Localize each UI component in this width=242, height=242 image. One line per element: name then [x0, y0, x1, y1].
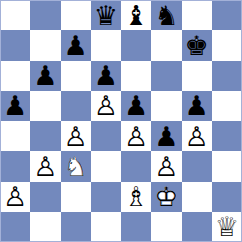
- square-d4[interactable]: [91, 121, 121, 151]
- black-p-piece-e5: ♟: [121, 91, 151, 121]
- square-f3[interactable]: ♟♙: [151, 151, 181, 181]
- square-f1[interactable]: [151, 212, 181, 242]
- black-b-piece-e8: ♝: [121, 0, 151, 30]
- square-d2[interactable]: [91, 182, 121, 212]
- white-q-piece-h1: ♕: [212, 212, 242, 242]
- square-a3[interactable]: [0, 151, 30, 181]
- square-b3[interactable]: ♟♙: [30, 151, 60, 181]
- square-h6[interactable]: [212, 61, 242, 91]
- white-n-piece-c3: ♘: [61, 151, 91, 181]
- black-p-piece-c7: ♟: [61, 30, 91, 60]
- square-e3[interactable]: [121, 151, 151, 181]
- black-p-piece-b6: ♟: [30, 61, 60, 91]
- white-p-piece-fill-d5: ♟: [91, 91, 121, 121]
- square-h5[interactable]: [212, 91, 242, 121]
- square-d5[interactable]: ♟♙: [91, 91, 121, 121]
- white-p-piece-d5: ♙: [91, 91, 121, 121]
- square-g6[interactable]: [182, 61, 212, 91]
- black-q-piece-d8: ♛: [91, 0, 121, 30]
- square-g7[interactable]: ♚: [182, 30, 212, 60]
- white-q-piece-fill-h1: ♛: [212, 212, 242, 242]
- white-b-piece-e2: ♗: [121, 182, 151, 212]
- square-d7[interactable]: [91, 30, 121, 60]
- white-p-piece-fill-e4: ♟: [121, 121, 151, 151]
- square-a5[interactable]: ♟: [0, 91, 30, 121]
- square-e5[interactable]: ♟: [121, 91, 151, 121]
- square-g8[interactable]: [182, 0, 212, 30]
- square-e7[interactable]: [121, 30, 151, 60]
- square-e1[interactable]: [121, 212, 151, 242]
- square-e8[interactable]: ♝: [121, 0, 151, 30]
- square-d3[interactable]: [91, 151, 121, 181]
- square-g4[interactable]: ♟♙: [182, 121, 212, 151]
- square-h2[interactable]: [212, 182, 242, 212]
- square-c2[interactable]: [61, 182, 91, 212]
- square-c5[interactable]: [61, 91, 91, 121]
- black-p-piece-f4: ♟: [151, 121, 181, 151]
- square-d8[interactable]: ♛: [91, 0, 121, 30]
- square-b2[interactable]: [30, 182, 60, 212]
- square-c6[interactable]: [61, 61, 91, 91]
- white-p-piece-fill-b3: ♟: [30, 151, 60, 181]
- square-d1[interactable]: [91, 212, 121, 242]
- white-p-piece-fill-g4: ♟: [182, 121, 212, 151]
- square-e2[interactable]: ♝♗: [121, 182, 151, 212]
- square-c1[interactable]: [61, 212, 91, 242]
- black-n-piece-f8: ♞: [151, 0, 181, 30]
- white-p-piece-fill-c4: ♟: [61, 121, 91, 151]
- white-p-piece-g4: ♙: [182, 121, 212, 151]
- square-f6[interactable]: [151, 61, 181, 91]
- white-k-piece-fill-f2: ♚: [151, 182, 181, 212]
- square-g2[interactable]: [182, 182, 212, 212]
- board-grid: ♛♝♞♟♚♟♟♟♟♙♟♟♟♙♟♙♟♟♙♟♙♞♘♟♙♟♙♝♗♚♔♛♕: [0, 0, 242, 242]
- square-c4[interactable]: ♟♙: [61, 121, 91, 151]
- square-f5[interactable]: [151, 91, 181, 121]
- black-k-piece-g7: ♚: [182, 30, 212, 60]
- square-f2[interactable]: ♚♔: [151, 182, 181, 212]
- square-f4[interactable]: ♟: [151, 121, 181, 151]
- square-g3[interactable]: [182, 151, 212, 181]
- square-b7[interactable]: [30, 30, 60, 60]
- square-e4[interactable]: ♟♙: [121, 121, 151, 151]
- white-p-piece-fill-a2: ♟: [0, 182, 30, 212]
- square-f8[interactable]: ♞: [151, 0, 181, 30]
- square-a8[interactable]: [0, 0, 30, 30]
- square-b5[interactable]: [30, 91, 60, 121]
- black-p-piece-a5: ♟: [0, 91, 30, 121]
- square-a2[interactable]: ♟♙: [0, 182, 30, 212]
- white-p-piece-a2: ♙: [0, 182, 30, 212]
- white-p-piece-f3: ♙: [151, 151, 181, 181]
- square-h1[interactable]: ♛♕: [212, 212, 242, 242]
- square-h4[interactable]: [212, 121, 242, 151]
- square-c3[interactable]: ♞♘: [61, 151, 91, 181]
- chess-board: ♛♝♞♟♚♟♟♟♟♙♟♟♟♙♟♙♟♟♙♟♙♞♘♟♙♟♙♝♗♚♔♛♕: [0, 0, 242, 242]
- square-a7[interactable]: [0, 30, 30, 60]
- square-g5[interactable]: ♟: [182, 91, 212, 121]
- square-h8[interactable]: [212, 0, 242, 30]
- square-c8[interactable]: [61, 0, 91, 30]
- square-f7[interactable]: [151, 30, 181, 60]
- square-a4[interactable]: [0, 121, 30, 151]
- square-b8[interactable]: [30, 0, 60, 30]
- square-d6[interactable]: ♟: [91, 61, 121, 91]
- square-g1[interactable]: [182, 212, 212, 242]
- square-b1[interactable]: [30, 212, 60, 242]
- square-a1[interactable]: [0, 212, 30, 242]
- white-p-piece-e4: ♙: [121, 121, 151, 151]
- white-b-piece-fill-e2: ♝: [121, 182, 151, 212]
- square-e6[interactable]: [121, 61, 151, 91]
- black-p-piece-d6: ♟: [91, 61, 121, 91]
- square-h3[interactable]: [212, 151, 242, 181]
- square-b6[interactable]: ♟: [30, 61, 60, 91]
- black-p-piece-g5: ♟: [182, 91, 212, 121]
- white-n-piece-fill-c3: ♞: [61, 151, 91, 181]
- square-a6[interactable]: [0, 61, 30, 91]
- square-b4[interactable]: [30, 121, 60, 151]
- white-p-piece-fill-f3: ♟: [151, 151, 181, 181]
- square-c7[interactable]: ♟: [61, 30, 91, 60]
- white-k-piece-f2: ♔: [151, 182, 181, 212]
- white-p-piece-b3: ♙: [30, 151, 60, 181]
- square-h7[interactable]: [212, 30, 242, 60]
- white-p-piece-c4: ♙: [61, 121, 91, 151]
